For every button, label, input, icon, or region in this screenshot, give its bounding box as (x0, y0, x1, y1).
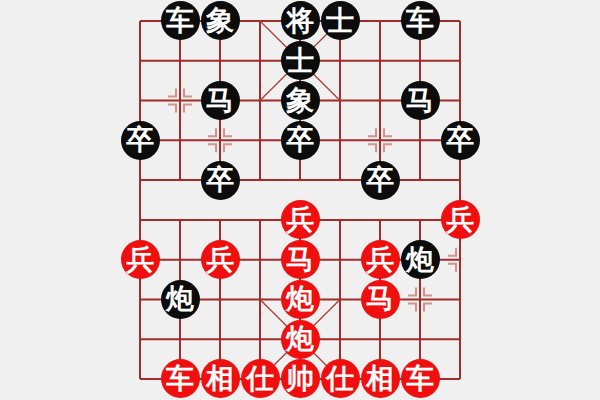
piece-red-advisor[interactable]: 仕 (241, 359, 280, 398)
piece-red-horse[interactable]: 马 (361, 280, 400, 319)
piece-red-soldier[interactable]: 兵 (281, 200, 320, 239)
piece-black-soldier[interactable]: 卒 (281, 121, 320, 160)
piece-black-elephant[interactable]: 象 (201, 1, 240, 40)
piece-black-horse[interactable]: 马 (401, 81, 440, 120)
piece-red-soldier[interactable]: 兵 (361, 240, 400, 279)
piece-black-cannon[interactable]: 炮 (161, 280, 200, 319)
piece-red-elephant[interactable]: 相 (201, 359, 240, 398)
piece-black-soldier[interactable]: 卒 (361, 161, 400, 200)
xiangqi-board: 车象将士车士马象马卒卒卒卒卒兵兵兵兵马兵炮炮炮马炮车相仕帅仕相车 (0, 0, 600, 400)
piece-black-chariot[interactable]: 车 (401, 1, 440, 40)
piece-black-cannon[interactable]: 炮 (401, 240, 440, 279)
piece-red-cannon[interactable]: 炮 (281, 320, 320, 359)
piece-red-general[interactable]: 帅 (281, 359, 320, 398)
piece-red-chariot[interactable]: 车 (161, 359, 200, 398)
piece-red-advisor[interactable]: 仕 (321, 359, 360, 398)
piece-red-soldier[interactable]: 兵 (201, 240, 240, 279)
piece-black-elephant[interactable]: 象 (281, 81, 320, 120)
piece-black-chariot[interactable]: 车 (161, 1, 200, 40)
board-grid: 车象将士车士马象马卒卒卒卒卒兵兵兵兵马兵炮炮炮马炮车相仕帅仕相车 (120, 1, 480, 399)
piece-black-advisor[interactable]: 士 (281, 41, 320, 80)
piece-red-soldier[interactable]: 兵 (121, 240, 160, 279)
piece-black-advisor[interactable]: 士 (321, 1, 360, 40)
piece-black-soldier[interactable]: 卒 (121, 121, 160, 160)
piece-black-soldier[interactable]: 卒 (441, 121, 480, 160)
piece-red-cannon[interactable]: 炮 (281, 280, 320, 319)
piece-red-horse[interactable]: 马 (281, 240, 320, 279)
piece-red-elephant[interactable]: 相 (361, 359, 400, 398)
piece-red-soldier[interactable]: 兵 (441, 200, 480, 239)
piece-black-soldier[interactable]: 卒 (201, 161, 240, 200)
piece-black-general[interactable]: 将 (281, 1, 320, 40)
piece-black-horse[interactable]: 马 (201, 81, 240, 120)
piece-red-chariot[interactable]: 车 (401, 359, 440, 398)
